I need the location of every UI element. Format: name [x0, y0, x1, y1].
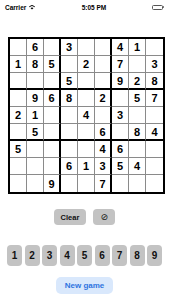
cell-r9c4[interactable]	[61, 175, 78, 192]
digit-button-3[interactable]: 3	[42, 245, 57, 266]
cell-r6c4[interactable]	[61, 124, 78, 141]
cell-r5c8[interactable]	[129, 107, 146, 124]
cell-r1c7[interactable]: 4	[112, 39, 129, 56]
cell-r8c1[interactable]	[10, 158, 27, 175]
digit-keypad: 1 2 3 4 5 6 7 8 9	[0, 245, 169, 266]
status-bar: Carrier 5:05 PM	[0, 0, 169, 12]
cell-r1c3[interactable]	[44, 39, 61, 56]
cell-r3c8[interactable]: 2	[129, 73, 146, 90]
digit-button-5[interactable]: 5	[77, 245, 92, 266]
sudoku-app: Carrier 5:05 PM 634118527359289682572143…	[0, 0, 169, 300]
cell-r5c3[interactable]	[44, 107, 61, 124]
cell-r1c8[interactable]: 1	[129, 39, 146, 56]
cell-r2c4[interactable]	[61, 56, 78, 73]
cell-r3c3[interactable]	[44, 73, 61, 90]
cell-r5c6[interactable]	[95, 107, 112, 124]
clock-label: 5:05 PM	[82, 4, 107, 11]
cell-r6c7[interactable]	[112, 124, 129, 141]
cell-r6c1[interactable]	[10, 124, 27, 141]
cell-r9c2[interactable]	[27, 175, 44, 192]
cell-r7c2[interactable]	[27, 141, 44, 158]
cell-r3c5[interactable]	[78, 73, 95, 90]
clear-button[interactable]: Clear	[54, 209, 87, 225]
cell-r7c5[interactable]	[78, 141, 95, 158]
digit-button-1[interactable]: 1	[7, 245, 22, 266]
cell-r7c9[interactable]	[146, 141, 163, 158]
cell-r2c5[interactable]: 2	[78, 56, 95, 73]
cell-r1c9[interactable]	[146, 39, 163, 56]
cell-r2c9[interactable]: 3	[146, 56, 163, 73]
cell-r2c7[interactable]: 7	[112, 56, 129, 73]
cell-r6c2[interactable]: 5	[27, 124, 44, 141]
status-left: Carrier	[5, 4, 36, 11]
digit-button-7[interactable]: 7	[112, 245, 127, 266]
cell-r9c3[interactable]: 9	[44, 175, 61, 192]
digit-button-2[interactable]: 2	[25, 245, 40, 266]
cell-r4c4[interactable]: 8	[61, 90, 78, 107]
cell-r9c7[interactable]	[112, 175, 129, 192]
cell-r4c1[interactable]	[10, 90, 27, 107]
cell-r7c1[interactable]: 5	[10, 141, 27, 158]
clear-controls: Clear ⊘	[0, 209, 169, 225]
cell-r4c6[interactable]: 2	[95, 90, 112, 107]
cell-r6c9[interactable]: 4	[146, 124, 163, 141]
cell-r5c1[interactable]: 2	[10, 107, 27, 124]
cell-r1c4[interactable]: 3	[61, 39, 78, 56]
sudoku-grid: 63411852735928968257214356845466135497	[8, 37, 165, 194]
cell-r2c8[interactable]	[129, 56, 146, 73]
cell-r3c2[interactable]	[27, 73, 44, 90]
cell-r8c5[interactable]: 1	[78, 158, 95, 175]
cell-r6c8[interactable]: 8	[129, 124, 146, 141]
cell-r8c2[interactable]	[27, 158, 44, 175]
cell-r8c4[interactable]: 6	[61, 158, 78, 175]
battery-icon	[152, 5, 165, 10]
cell-r6c6[interactable]: 6	[95, 124, 112, 141]
cell-r8c6[interactable]: 3	[95, 158, 112, 175]
cell-r6c5[interactable]	[78, 124, 95, 141]
cell-r3c7[interactable]: 9	[112, 73, 129, 90]
cell-r3c6[interactable]	[95, 73, 112, 90]
cell-r1c5[interactable]	[78, 39, 95, 56]
cell-r4c3[interactable]: 6	[44, 90, 61, 107]
cell-r7c7[interactable]: 6	[112, 141, 129, 158]
cell-r9c9[interactable]	[146, 175, 163, 192]
cell-r8c7[interactable]: 5	[112, 158, 129, 175]
cell-r2c1[interactable]: 1	[10, 56, 27, 73]
cell-r9c5[interactable]	[78, 175, 95, 192]
digit-button-4[interactable]: 4	[60, 245, 75, 266]
cell-r7c8[interactable]	[129, 141, 146, 158]
cell-r6c3[interactable]	[44, 124, 61, 141]
cell-r7c3[interactable]	[44, 141, 61, 158]
cell-r8c3[interactable]	[44, 158, 61, 175]
cell-r2c6[interactable]	[95, 56, 112, 73]
cell-r4c8[interactable]: 5	[129, 90, 146, 107]
new-game-button[interactable]: New game	[56, 277, 114, 294]
cell-r9c6[interactable]: 7	[95, 175, 112, 192]
digit-button-8[interactable]: 8	[130, 245, 145, 266]
cell-r5c9[interactable]	[146, 107, 163, 124]
cell-r9c1[interactable]	[10, 175, 27, 192]
digit-button-9[interactable]: 9	[147, 245, 162, 266]
cell-r8c9[interactable]	[146, 158, 163, 175]
carrier-label: Carrier	[5, 4, 26, 11]
cell-r8c8[interactable]: 4	[129, 158, 146, 175]
wifi-icon	[28, 4, 36, 10]
cell-r1c1[interactable]	[10, 39, 27, 56]
new-game-row: New game	[0, 277, 169, 294]
cell-r3c4[interactable]: 5	[61, 73, 78, 90]
cell-r1c2[interactable]: 6	[27, 39, 44, 56]
cell-r4c5[interactable]	[78, 90, 95, 107]
cell-r2c3[interactable]: 5	[44, 56, 61, 73]
erase-icon-button[interactable]: ⊘	[93, 209, 115, 225]
cell-r4c9[interactable]: 7	[146, 90, 163, 107]
cell-r9c8[interactable]	[129, 175, 146, 192]
cell-r5c5[interactable]: 4	[78, 107, 95, 124]
cell-r5c7[interactable]: 3	[112, 107, 129, 124]
cell-r4c7[interactable]	[112, 90, 129, 107]
digit-button-6[interactable]: 6	[95, 245, 110, 266]
cell-r2c2[interactable]: 8	[27, 56, 44, 73]
cell-r7c4[interactable]	[61, 141, 78, 158]
cell-r5c2[interactable]: 1	[27, 107, 44, 124]
cell-r3c1[interactable]	[10, 73, 27, 90]
cell-r1c6[interactable]	[95, 39, 112, 56]
cell-r4c2[interactable]: 9	[27, 90, 44, 107]
cell-r3c9[interactable]: 8	[146, 73, 163, 90]
cell-r7c6[interactable]: 4	[95, 141, 112, 158]
cell-r5c4[interactable]	[61, 107, 78, 124]
